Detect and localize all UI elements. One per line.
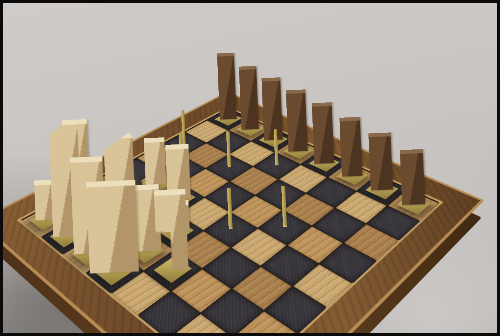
piece-dark-column[interactable] <box>217 53 237 120</box>
playing-field <box>17 106 444 336</box>
piece-dark-column[interactable] <box>368 132 393 190</box>
piece-brass-pin[interactable] <box>281 186 286 228</box>
piece-light-medium-column[interactable] <box>144 137 167 185</box>
piece-dark-column[interactable] <box>239 66 259 130</box>
board-square-r0c7[interactable] <box>388 189 439 221</box>
board-square-r4c7[interactable] <box>293 264 352 307</box>
piece-dark-column[interactable] <box>400 149 425 205</box>
piece-dark-column[interactable] <box>261 77 282 140</box>
piece-dark-column[interactable] <box>339 117 362 177</box>
piece-dark-column[interactable] <box>286 89 308 151</box>
chess-board <box>0 91 484 336</box>
scene-rotation <box>0 0 500 336</box>
board-grid <box>21 109 436 336</box>
framed-photo <box>0 0 500 336</box>
scene-perspective <box>0 0 500 336</box>
piece-dark-column[interactable] <box>312 102 335 164</box>
piece-light-wide-block[interactable] <box>86 180 139 274</box>
